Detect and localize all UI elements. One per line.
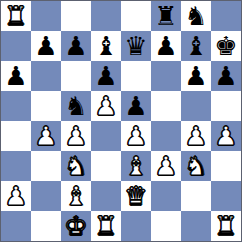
square-c3[interactable]: ♞ [61,151,91,181]
piece-white-pawn[interactable]: ♟ [64,121,87,151]
square-d7[interactable]: ♝ [91,31,121,61]
piece-white-pawn[interactable]: ♟ [94,91,117,121]
square-e2[interactable]: ♛ [121,181,151,211]
piece-black-queen[interactable]: ♛ [124,31,147,61]
square-c4[interactable]: ♟ [61,121,91,151]
square-e8[interactable] [121,1,151,31]
piece-white-pawn[interactable]: ♟ [34,121,57,151]
square-c8[interactable] [61,1,91,31]
piece-white-rook[interactable]: ♜ [214,211,237,241]
square-d1[interactable]: ♜ [91,211,121,241]
square-a2[interactable]: ♟ [1,181,31,211]
piece-black-pawn[interactable]: ♟ [94,61,117,91]
square-g4[interactable]: ♟ [181,121,211,151]
chess-board: ♜♜♞♟♟♝♛♟♝♚♟♟♟♟♞♟♟♟♟♟♟♟♞♝♟♞♟♝♛♚♜♜ [0,0,242,242]
square-c6[interactable] [61,61,91,91]
square-e4[interactable]: ♟ [121,121,151,151]
piece-white-knight[interactable]: ♞ [184,151,207,181]
square-b4[interactable]: ♟ [31,121,61,151]
square-d6[interactable]: ♟ [91,61,121,91]
square-g8[interactable]: ♞ [181,1,211,31]
square-h1[interactable]: ♜ [211,211,241,241]
square-b8[interactable] [31,1,61,31]
piece-black-pawn[interactable]: ♟ [124,91,147,121]
square-h6[interactable]: ♟ [211,61,241,91]
square-f4[interactable] [151,121,181,151]
square-f6[interactable] [151,61,181,91]
square-f7[interactable]: ♟ [151,31,181,61]
square-a8[interactable]: ♜ [1,1,31,31]
chess-board-container: ♜♜♞♟♟♝♛♟♝♚♟♟♟♟♞♟♟♟♟♟♟♟♞♝♟♞♟♝♛♚♜♜ [0,0,242,242]
square-b6[interactable] [31,61,61,91]
square-e5[interactable]: ♟ [121,91,151,121]
square-g6[interactable]: ♟ [181,61,211,91]
square-g5[interactable] [181,91,211,121]
piece-white-bishop[interactable]: ♝ [124,151,147,181]
square-f1[interactable] [151,211,181,241]
square-a3[interactable] [1,151,31,181]
piece-white-rook[interactable]: ♜ [4,1,27,31]
square-g1[interactable] [181,211,211,241]
piece-black-bishop[interactable]: ♝ [94,31,117,61]
piece-black-rook[interactable]: ♜ [154,1,177,31]
piece-white-king[interactable]: ♚ [64,211,87,241]
piece-black-bishop[interactable]: ♝ [184,31,207,61]
piece-white-pawn[interactable]: ♟ [124,121,147,151]
square-a4[interactable] [1,121,31,151]
square-b2[interactable] [31,181,61,211]
square-c1[interactable]: ♚ [61,211,91,241]
square-a5[interactable] [1,91,31,121]
piece-black-pawn[interactable]: ♟ [154,31,177,61]
square-d5[interactable]: ♟ [91,91,121,121]
square-c7[interactable]: ♟ [61,31,91,61]
square-f8[interactable]: ♜ [151,1,181,31]
piece-white-knight[interactable]: ♞ [64,151,87,181]
piece-black-pawn[interactable]: ♟ [184,61,207,91]
piece-white-pawn[interactable]: ♟ [184,121,207,151]
square-c2[interactable]: ♝ [61,181,91,211]
square-g2[interactable] [181,181,211,211]
piece-black-pawn[interactable]: ♟ [4,61,27,91]
square-f5[interactable] [151,91,181,121]
square-a6[interactable]: ♟ [1,61,31,91]
piece-white-rook[interactable]: ♜ [94,211,117,241]
square-g7[interactable]: ♝ [181,31,211,61]
square-f3[interactable]: ♟ [151,151,181,181]
piece-white-bishop[interactable]: ♝ [64,181,87,211]
square-b1[interactable] [31,211,61,241]
piece-white-pawn[interactable]: ♟ [4,181,27,211]
square-a7[interactable] [1,31,31,61]
square-e3[interactable]: ♝ [121,151,151,181]
piece-white-pawn[interactable]: ♟ [154,151,177,181]
square-e6[interactable] [121,61,151,91]
piece-white-pawn[interactable]: ♟ [214,121,237,151]
square-d8[interactable] [91,1,121,31]
square-g3[interactable]: ♞ [181,151,211,181]
square-d4[interactable] [91,121,121,151]
piece-black-pawn[interactable]: ♟ [214,61,237,91]
square-f2[interactable] [151,181,181,211]
square-h7[interactable]: ♚ [211,31,241,61]
piece-black-knight[interactable]: ♞ [64,91,87,121]
piece-white-queen[interactable]: ♛ [124,181,147,211]
square-h8[interactable] [211,1,241,31]
square-b3[interactable] [31,151,61,181]
square-h5[interactable] [211,91,241,121]
square-b7[interactable]: ♟ [31,31,61,61]
square-d2[interactable] [91,181,121,211]
piece-black-pawn[interactable]: ♟ [34,31,57,61]
square-d3[interactable] [91,151,121,181]
piece-black-pawn[interactable]: ♟ [64,31,87,61]
square-b5[interactable] [31,91,61,121]
square-e1[interactable] [121,211,151,241]
square-c5[interactable]: ♞ [61,91,91,121]
square-h2[interactable] [211,181,241,211]
piece-black-king[interactable]: ♚ [214,31,237,61]
piece-black-knight[interactable]: ♞ [184,1,207,31]
square-e7[interactable]: ♛ [121,31,151,61]
square-a1[interactable] [1,211,31,241]
square-h4[interactable]: ♟ [211,121,241,151]
square-h3[interactable] [211,151,241,181]
